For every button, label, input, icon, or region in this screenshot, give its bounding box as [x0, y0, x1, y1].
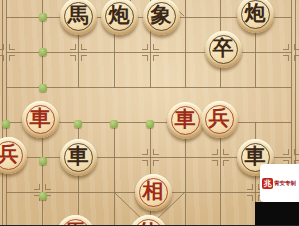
point-marker	[70, 55, 76, 61]
point-marker	[283, 55, 289, 61]
grid-line	[6, 52, 292, 53]
point-marker	[142, 55, 148, 61]
point-marker	[223, 149, 229, 155]
piece-character: 象	[151, 5, 172, 26]
watermark-seal-icon: 兆	[262, 178, 273, 189]
point-marker	[153, 160, 159, 166]
piece-character: 相	[143, 181, 164, 202]
piece-character: 車	[68, 146, 89, 167]
piece-character: 炮	[109, 5, 130, 26]
point-marker	[81, 55, 87, 61]
xiangqi-board[interactable]: 馬炮象炮卒車車兵兵車車相馬仕 兆 青安专制	[0, 0, 299, 225]
point-marker	[34, 184, 40, 190]
grid-line	[6, 0, 7, 225]
piece-character: 卒	[213, 38, 234, 59]
piece-black-cannon-h3[interactable]: 炮	[237, 0, 274, 33]
point-marker	[45, 184, 51, 190]
piece-character: 車	[30, 108, 51, 129]
watermark-text: 青安专制	[274, 180, 296, 187]
piece-character: 車	[175, 109, 196, 130]
point-marker	[294, 149, 299, 155]
point-marker	[294, 44, 299, 50]
grid-line	[185, 0, 186, 88]
point-marker	[283, 44, 289, 50]
piece-character: 仕	[138, 222, 159, 226]
grid-line	[6, 87, 292, 88]
move-hint-dot-b5[interactable]	[39, 84, 47, 92]
point-marker	[142, 160, 148, 166]
piece-black-elephant-e3[interactable]: 象	[143, 0, 180, 35]
point-marker	[212, 160, 218, 166]
point-marker	[283, 149, 289, 155]
piece-character: 馬	[65, 222, 86, 226]
point-marker	[294, 55, 299, 61]
piece-red-chariot-f6[interactable]: 車	[167, 102, 204, 139]
point-marker	[153, 149, 159, 155]
move-hint-dot-a6[interactable]	[2, 120, 10, 128]
piece-red-advisor-e9[interactable]: 仕	[130, 215, 167, 226]
point-marker	[142, 44, 148, 50]
point-marker	[212, 149, 218, 155]
piece-character: 馬	[68, 5, 89, 26]
point-marker	[9, 55, 15, 61]
point-marker	[0, 55, 4, 61]
piece-red-soldier-g6[interactable]: 兵	[201, 101, 238, 138]
move-hint-dot-b8[interactable]	[39, 192, 47, 200]
piece-character: 炮	[245, 3, 266, 24]
piece-black-cannon-d3[interactable]: 炮	[101, 0, 138, 35]
point-marker	[81, 44, 87, 50]
move-hint-dot-d6[interactable]	[110, 120, 118, 128]
piece-character: 兵	[0, 144, 19, 165]
point-marker	[223, 160, 229, 166]
move-hint-dot-c6[interactable]	[74, 120, 82, 128]
point-marker	[153, 44, 159, 50]
point-marker	[70, 44, 76, 50]
piece-red-elephant-e8[interactable]: 相	[135, 174, 172, 211]
grid-line	[114, 122, 115, 225]
piece-red-chariot-b6[interactable]: 車	[22, 101, 59, 138]
move-hint-dot-b7[interactable]	[39, 157, 47, 165]
grid-line	[2, 0, 3, 225]
point-marker	[0, 44, 4, 50]
point-marker	[153, 55, 159, 61]
piece-black-soldier-g4[interactable]: 卒	[205, 31, 242, 68]
piece-red-horse-c9[interactable]: 馬	[57, 215, 94, 226]
point-marker	[247, 195, 253, 201]
move-hint-dot-b3[interactable]	[39, 13, 47, 21]
piece-red-soldier-a7[interactable]: 兵	[0, 137, 27, 174]
point-marker	[247, 184, 253, 190]
move-hint-dot-b4[interactable]	[39, 48, 47, 56]
black-bar	[255, 202, 299, 225]
piece-black-chariot-c7[interactable]: 車	[60, 139, 97, 176]
piece-character: 兵	[209, 108, 230, 129]
watermark-badge: 兆 青安专制	[260, 164, 299, 202]
piece-black-horse-c3[interactable]: 馬	[60, 0, 97, 35]
point-marker	[9, 44, 15, 50]
move-hint-dot-e6[interactable]	[146, 120, 154, 128]
point-marker	[142, 149, 148, 155]
